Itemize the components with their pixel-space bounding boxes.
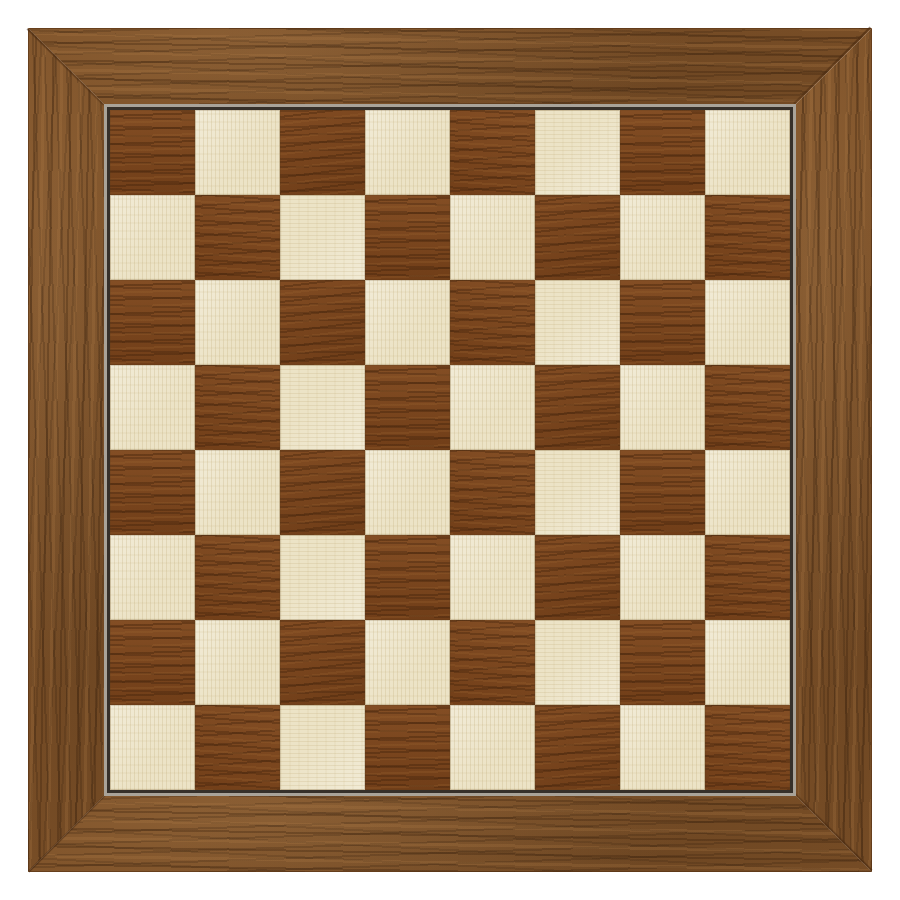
square-d2[interactable] xyxy=(365,620,450,705)
square-f6[interactable] xyxy=(535,280,620,365)
square-c8[interactable] xyxy=(280,110,365,195)
square-e5[interactable] xyxy=(450,365,535,450)
square-a4[interactable] xyxy=(110,450,195,535)
square-b5[interactable] xyxy=(195,365,280,450)
square-a5[interactable] xyxy=(110,365,195,450)
square-e4[interactable] xyxy=(450,450,535,535)
chess-board-photo xyxy=(0,0,900,900)
frame-right xyxy=(796,28,872,872)
square-g8[interactable] xyxy=(620,110,705,195)
square-g4[interactable] xyxy=(620,450,705,535)
square-g6[interactable] xyxy=(620,280,705,365)
square-e3[interactable] xyxy=(450,535,535,620)
square-d6[interactable] xyxy=(365,280,450,365)
square-g3[interactable] xyxy=(620,535,705,620)
square-a3[interactable] xyxy=(110,535,195,620)
square-h1[interactable] xyxy=(705,705,790,790)
square-b7[interactable] xyxy=(195,195,280,280)
board-inner-inlay-line xyxy=(107,107,793,793)
frame-left xyxy=(28,28,104,872)
square-f5[interactable] xyxy=(535,365,620,450)
square-b4[interactable] xyxy=(195,450,280,535)
square-e1[interactable] xyxy=(450,705,535,790)
square-g5[interactable] xyxy=(620,365,705,450)
square-c3[interactable] xyxy=(280,535,365,620)
square-a7[interactable] xyxy=(110,195,195,280)
square-f8[interactable] xyxy=(535,110,620,195)
square-b6[interactable] xyxy=(195,280,280,365)
square-c6[interactable] xyxy=(280,280,365,365)
frame-bottom xyxy=(28,796,872,872)
board-outer-inlay-line xyxy=(104,104,796,796)
square-a6[interactable] xyxy=(110,280,195,365)
square-f7[interactable] xyxy=(535,195,620,280)
square-c5[interactable] xyxy=(280,365,365,450)
square-c7[interactable] xyxy=(280,195,365,280)
square-b2[interactable] xyxy=(195,620,280,705)
square-d1[interactable] xyxy=(365,705,450,790)
square-f2[interactable] xyxy=(535,620,620,705)
square-g7[interactable] xyxy=(620,195,705,280)
square-d5[interactable] xyxy=(365,365,450,450)
square-h6[interactable] xyxy=(705,280,790,365)
square-f3[interactable] xyxy=(535,535,620,620)
square-c1[interactable] xyxy=(280,705,365,790)
square-e6[interactable] xyxy=(450,280,535,365)
square-c4[interactable] xyxy=(280,450,365,535)
square-h2[interactable] xyxy=(705,620,790,705)
square-d3[interactable] xyxy=(365,535,450,620)
chess-board xyxy=(110,110,790,790)
square-e8[interactable] xyxy=(450,110,535,195)
square-d8[interactable] xyxy=(365,110,450,195)
square-a8[interactable] xyxy=(110,110,195,195)
square-a1[interactable] xyxy=(110,705,195,790)
square-f4[interactable] xyxy=(535,450,620,535)
square-d4[interactable] xyxy=(365,450,450,535)
square-h3[interactable] xyxy=(705,535,790,620)
square-h5[interactable] xyxy=(705,365,790,450)
square-a2[interactable] xyxy=(110,620,195,705)
square-f1[interactable] xyxy=(535,705,620,790)
square-b3[interactable] xyxy=(195,535,280,620)
square-h4[interactable] xyxy=(705,450,790,535)
square-d7[interactable] xyxy=(365,195,450,280)
square-b1[interactable] xyxy=(195,705,280,790)
square-e2[interactable] xyxy=(450,620,535,705)
square-b8[interactable] xyxy=(195,110,280,195)
square-c2[interactable] xyxy=(280,620,365,705)
square-g2[interactable] xyxy=(620,620,705,705)
frame-top xyxy=(28,28,872,104)
square-g1[interactable] xyxy=(620,705,705,790)
square-h8[interactable] xyxy=(705,110,790,195)
square-h7[interactable] xyxy=(705,195,790,280)
square-e7[interactable] xyxy=(450,195,535,280)
